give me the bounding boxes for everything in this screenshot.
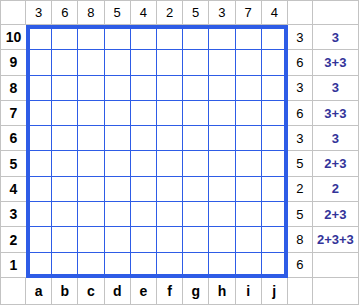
grid-cell-j9[interactable] [262,50,288,75]
sum-column-footer [288,278,313,304]
grid-cell-g5[interactable] [183,151,209,176]
grid-cell-f10[interactable] [157,25,183,50]
grid-cell-h6[interactable] [209,126,235,151]
grid-cell-i9[interactable] [236,50,262,75]
grid-cell-i10[interactable] [236,25,262,50]
grid-cell-c5[interactable] [78,151,104,176]
col-label-e: e [131,278,157,304]
grid-cell-b7[interactable] [52,101,78,126]
grid-cell-b2[interactable] [52,227,78,252]
row-label-3: 3 [1,202,26,227]
grid-cell-e9[interactable] [131,50,157,75]
grid-cell-h4[interactable] [209,177,235,202]
grid-cell-f4[interactable] [157,177,183,202]
row-clue-5: 2+3 [313,151,358,176]
grid-cell-c8[interactable] [78,76,104,101]
grid-cell-h9[interactable] [209,50,235,75]
grid-cell-e2[interactable] [131,227,157,252]
grid-cell-g4[interactable] [183,177,209,202]
row-clue-7: 3+3 [313,101,358,126]
grid-cell-c2[interactable] [78,227,104,252]
grid-cell-b1[interactable] [52,253,78,278]
col-clue-b: 6 [52,1,78,25]
grid-cell-e5[interactable] [131,151,157,176]
grid-cell-j3[interactable] [262,202,288,227]
clue-column-footer [313,278,358,304]
grid-cell-h8[interactable] [209,76,235,101]
grid-cell-i4[interactable] [236,177,262,202]
grid-cell-i1[interactable] [236,253,262,278]
row-label-5: 5 [1,151,26,176]
grid-cell-f9[interactable] [157,50,183,75]
grid-cell-j5[interactable] [262,151,288,176]
grid-cell-f5[interactable] [157,151,183,176]
grid-cell-a10[interactable] [26,25,52,50]
row-clue-6: 3 [313,126,358,151]
grid-cell-d1[interactable] [105,253,131,278]
row-sum-2: 8 [288,227,313,252]
grid-cell-a2[interactable] [26,227,52,252]
col-clue-c: 8 [78,1,104,25]
row-label-8: 8 [1,76,26,101]
grid-cell-f6[interactable] [157,126,183,151]
grid-cell-f7[interactable] [157,101,183,126]
row-label-10: 10 [1,25,26,50]
col-label-a: a [26,278,52,304]
grid-cell-g2[interactable] [183,227,209,252]
grid-cell-i6[interactable] [236,126,262,151]
col-label-b: b [52,278,78,304]
grid-cell-c3[interactable] [78,202,104,227]
row-sum-6: 3 [288,126,313,151]
grid-cell-d9[interactable] [105,50,131,75]
grid-cell-b4[interactable] [52,177,78,202]
grid-cell-a7[interactable] [26,101,52,126]
row-clue-8: 3 [313,76,358,101]
row-clue-3: 2+3 [313,202,358,227]
col-clue-f: 2 [157,1,183,25]
grid-cell-a4[interactable] [26,177,52,202]
grid-cell-b3[interactable] [52,202,78,227]
grid-cell-j4[interactable] [262,177,288,202]
col-label-g: g [183,278,209,304]
row-sum-4: 2 [288,177,313,202]
row-clue-4: 2 [313,177,358,202]
row-sum-10: 3 [288,25,313,50]
grid-cell-a5[interactable] [26,151,52,176]
grid-cell-b5[interactable] [52,151,78,176]
col-clue-d: 5 [105,1,131,25]
col-clue-i: 7 [236,1,262,25]
grid-cell-e4[interactable] [131,177,157,202]
col-label-d: d [105,278,131,304]
row-label-1: 1 [1,253,26,278]
grid-cell-i3[interactable] [236,202,262,227]
grid-cell-b9[interactable] [52,50,78,75]
grid-cell-d7[interactable] [105,101,131,126]
grid-cell-j6[interactable] [262,126,288,151]
grid-cell-i5[interactable] [236,151,262,176]
grid-cell-f8[interactable] [157,76,183,101]
row-label-7: 7 [1,101,26,126]
puzzle-board: 36854253741033963+3833763+3633552+342235… [0,0,359,305]
grid-cell-d8[interactable] [105,76,131,101]
row-sum-9: 6 [288,50,313,75]
grid-cell-i2[interactable] [236,227,262,252]
col-label-f: f [157,278,183,304]
row-label-9: 9 [1,50,26,75]
grid-cell-d2[interactable] [105,227,131,252]
grid-cell-f2[interactable] [157,227,183,252]
col-clue-e: 4 [131,1,157,25]
grid-cell-c10[interactable] [78,25,104,50]
grid-cell-e1[interactable] [131,253,157,278]
grid-cell-g3[interactable] [183,202,209,227]
col-label-c: c [78,278,104,304]
grid-cell-h1[interactable] [209,253,235,278]
row-label-6: 6 [1,126,26,151]
corner-bottom-left [1,278,26,304]
grid-cell-f1[interactable] [157,253,183,278]
grid-cell-e8[interactable] [131,76,157,101]
row-clue-1 [313,253,358,278]
row-clue-9: 3+3 [313,50,358,75]
grid-cell-f3[interactable] [157,202,183,227]
grid-cell-j7[interactable] [262,101,288,126]
grid-cell-d10[interactable] [105,25,131,50]
row-label-2: 2 [1,227,26,252]
grid-cell-a6[interactable] [26,126,52,151]
grid-cell-d4[interactable] [105,177,131,202]
grid-cell-d6[interactable] [105,126,131,151]
col-label-h: h [209,278,235,304]
row-sum-8: 3 [288,76,313,101]
sum-column-header [288,1,313,25]
grid-cell-c9[interactable] [78,50,104,75]
col-label-j: j [262,278,288,304]
col-label-i: i [236,278,262,304]
grid-cell-c6[interactable] [78,126,104,151]
grid-cell-g1[interactable] [183,253,209,278]
row-sum-5: 5 [288,151,313,176]
grid-cell-e3[interactable] [131,202,157,227]
grid-cell-c7[interactable] [78,101,104,126]
grid-cell-g10[interactable] [183,25,209,50]
col-clue-j: 4 [262,1,288,25]
grid-cell-i8[interactable] [236,76,262,101]
clue-column-header [313,1,358,25]
grid-cell-g9[interactable] [183,50,209,75]
col-clue-a: 3 [26,1,52,25]
grid-cell-h7[interactable] [209,101,235,126]
grid-cell-c4[interactable] [78,177,104,202]
row-sum-1: 6 [288,253,313,278]
grid-cell-a3[interactable] [26,202,52,227]
grid-cell-b8[interactable] [52,76,78,101]
grid-cell-g7[interactable] [183,101,209,126]
grid-cell-h5[interactable] [209,151,235,176]
grid-cell-h2[interactable] [209,227,235,252]
grid-cell-h10[interactable] [209,25,235,50]
grid-cell-i7[interactable] [236,101,262,126]
grid-cell-c1[interactable] [78,253,104,278]
grid-cell-b6[interactable] [52,126,78,151]
grid-cell-d5[interactable] [105,151,131,176]
grid-cell-j10[interactable] [262,25,288,50]
grid-cell-e7[interactable] [131,101,157,126]
grid-cell-g8[interactable] [183,76,209,101]
row-sum-7: 6 [288,101,313,126]
col-clue-g: 5 [183,1,209,25]
row-clue-2: 2+3+3 [313,227,358,252]
corner-top-left [1,1,26,25]
row-clue-10: 3 [313,25,358,50]
grid-cell-j1[interactable] [262,253,288,278]
grid-cell-j2[interactable] [262,227,288,252]
grid-cell-a8[interactable] [26,76,52,101]
grid-cell-e6[interactable] [131,126,157,151]
row-label-4: 4 [1,177,26,202]
grid-cell-e10[interactable] [131,25,157,50]
grid-cell-g6[interactable] [183,126,209,151]
grid-cell-j8[interactable] [262,76,288,101]
grid-cell-d3[interactable] [105,202,131,227]
col-clue-h: 3 [209,1,235,25]
row-sum-3: 5 [288,202,313,227]
grid-cell-a1[interactable] [26,253,52,278]
grid-cell-a9[interactable] [26,50,52,75]
grid-cell-h3[interactable] [209,202,235,227]
grid-cell-b10[interactable] [52,25,78,50]
